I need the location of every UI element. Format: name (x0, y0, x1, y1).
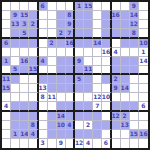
cell-r14-c7[interactable]: 10 (57, 121, 66, 130)
cell-r4-c10[interactable] (84, 29, 93, 38)
cell-r15-c3[interactable]: 14 (20, 130, 29, 139)
cell-r6-c7[interactable] (57, 48, 66, 57)
cell-r15-c16[interactable]: 16 (139, 130, 148, 139)
cell-r5-c11[interactable]: 14 (93, 39, 102, 48)
cell-r13-c14[interactable]: 2 (121, 112, 130, 121)
cell-r6-c1[interactable] (2, 48, 11, 57)
cell-r13-c9[interactable] (75, 112, 84, 121)
cell-r3-c5[interactable] (39, 20, 48, 29)
cell-r13-c6[interactable] (48, 112, 57, 121)
cell-r14-c10[interactable]: 2 (84, 121, 93, 130)
cell-r15-c11[interactable] (93, 130, 102, 139)
cell-r14-c12[interactable] (102, 121, 111, 130)
cell-r6-c6[interactable] (48, 48, 57, 57)
cell-r14-c5[interactable] (39, 121, 48, 130)
cell-r11-c1[interactable] (2, 93, 11, 102)
cell-r1-c13[interactable] (112, 2, 121, 11)
cell-r11-c16[interactable] (139, 93, 148, 102)
cell-r4-c14[interactable] (121, 29, 130, 38)
cell-r13-c15[interactable] (130, 112, 139, 121)
cell-r10-c12[interactable] (102, 84, 111, 93)
cell-r12-c13[interactable] (112, 102, 121, 111)
cell-r13-c7[interactable]: 14 (57, 112, 66, 121)
cell-r11-c3[interactable] (20, 93, 29, 102)
cell-r3-c4[interactable]: 2 (29, 20, 38, 29)
cell-r13-c16[interactable] (139, 112, 148, 121)
cell-r7-c16[interactable]: 14 (139, 57, 148, 66)
cell-r7-c15[interactable] (130, 57, 139, 66)
cell-r1-c12[interactable] (102, 2, 111, 11)
cell-r2-c14[interactable] (121, 11, 130, 20)
cell-r8-c10[interactable]: 11 (84, 66, 93, 75)
sudoku-16x16-board: 6115991581614133291252786216141016411164… (0, 0, 150, 150)
cell-r14-c15[interactable] (130, 121, 139, 130)
cell-r10-c11[interactable] (93, 84, 102, 93)
cell-r1-c16[interactable] (139, 2, 148, 11)
cell-r3-c8[interactable]: 9 (66, 20, 75, 29)
cell-r3-c9[interactable] (75, 20, 84, 29)
cell-r7-c7[interactable] (57, 57, 66, 66)
cell-r14-c2[interactable] (11, 121, 20, 130)
cell-r7-c10[interactable] (84, 57, 93, 66)
cell-r16-c6[interactable] (48, 139, 57, 148)
cell-r8-c14[interactable] (121, 66, 130, 75)
cell-r14-c6[interactable] (48, 121, 57, 130)
cell-r11-c6[interactable]: 11 (48, 93, 57, 102)
cell-r8-c11[interactable] (93, 66, 102, 75)
cell-r2-c12[interactable] (102, 11, 111, 20)
cell-r15-c13[interactable] (112, 130, 121, 139)
cell-r3-c2[interactable]: 13 (11, 20, 20, 29)
cell-r1-c5[interactable]: 6 (39, 2, 48, 11)
cell-r9-c10[interactable] (84, 75, 93, 84)
cell-r12-c15[interactable] (130, 102, 139, 111)
cell-r10-c10[interactable] (84, 84, 93, 93)
cell-r7-c1[interactable]: 1 (2, 57, 11, 66)
cell-r4-c3[interactable]: 5 (20, 29, 29, 38)
cell-r2-c15[interactable]: 14 (130, 11, 139, 20)
cell-r3-c14[interactable] (121, 20, 130, 29)
cell-r9-c5[interactable] (39, 75, 48, 84)
cell-r8-c5[interactable] (39, 66, 48, 75)
cell-r4-c16[interactable] (139, 29, 148, 38)
cell-r6-c16[interactable]: 1 (139, 48, 148, 57)
cell-r9-c3[interactable] (20, 75, 29, 84)
cell-r15-c7[interactable] (57, 130, 66, 139)
cell-r5-c9[interactable] (75, 39, 84, 48)
cell-r8-c13[interactable] (112, 66, 121, 75)
cell-r15-c4[interactable]: 4 (29, 130, 38, 139)
cell-r10-c6[interactable] (48, 84, 57, 93)
cell-r15-c8[interactable] (66, 130, 75, 139)
cell-r6-c8[interactable] (66, 48, 75, 57)
cell-r10-c14[interactable]: 14 (121, 84, 130, 93)
cell-r11-c10[interactable] (84, 93, 93, 102)
cell-r4-c1[interactable] (2, 29, 11, 38)
cell-r9-c8[interactable] (66, 75, 75, 84)
cell-r7-c4[interactable] (29, 57, 38, 66)
cell-r10-c9[interactable] (75, 84, 84, 93)
cell-r12-c8[interactable] (66, 102, 75, 111)
cell-r9-c12[interactable] (102, 75, 111, 84)
cell-r12-c9[interactable] (75, 102, 84, 111)
cell-r13-c10[interactable] (84, 112, 93, 121)
cell-r14-c3[interactable] (20, 121, 29, 130)
cell-r3-c6[interactable] (48, 20, 57, 29)
cell-r16-c12[interactable]: 6 (102, 139, 111, 148)
cell-r3-c10[interactable] (84, 20, 93, 29)
cell-r2-c5[interactable] (39, 11, 48, 20)
cell-r2-c9[interactable] (75, 11, 84, 20)
cell-r16-c1[interactable] (2, 139, 11, 148)
cell-r2-c7[interactable] (57, 11, 66, 20)
cell-r5-c14[interactable] (121, 39, 130, 48)
cell-r16-c4[interactable] (29, 139, 38, 148)
cell-r16-c2[interactable] (11, 139, 20, 148)
cell-r2-c1[interactable] (2, 11, 11, 20)
cell-r4-c11[interactable] (93, 29, 102, 38)
cell-r16-c15[interactable] (130, 139, 139, 148)
cell-r7-c6[interactable] (48, 57, 57, 66)
cell-r12-c5[interactable] (39, 102, 48, 111)
cell-r6-c10[interactable] (84, 48, 93, 57)
cell-r12-c14[interactable] (121, 102, 130, 111)
cell-r11-c9[interactable] (75, 93, 84, 102)
cell-r7-c12[interactable] (102, 57, 111, 66)
cell-r9-c6[interactable] (48, 75, 57, 84)
cell-r11-c7[interactable] (57, 93, 66, 102)
cell-r14-c14[interactable]: 13 (121, 121, 130, 130)
cell-r14-c4[interactable]: 8 (29, 121, 38, 130)
cell-r13-c1[interactable] (2, 112, 11, 121)
cell-r9-c15[interactable] (130, 75, 139, 84)
cell-r6-c13[interactable]: 4 (112, 48, 121, 57)
cell-r9-c11[interactable] (93, 75, 102, 84)
cell-r10-c3[interactable] (20, 84, 29, 93)
cell-r5-c3[interactable] (20, 39, 29, 48)
cell-r1-c2[interactable] (11, 2, 20, 11)
cell-r16-c5[interactable]: 3 (39, 139, 48, 148)
cell-r9-c13[interactable]: 2 (112, 75, 121, 84)
cell-r6-c4[interactable] (29, 48, 38, 57)
cell-r8-c15[interactable] (130, 66, 139, 75)
cell-r8-c2[interactable]: 5 (11, 66, 20, 75)
cell-r11-c5[interactable]: 8 (39, 93, 48, 102)
cell-r6-c12[interactable]: 16 (102, 48, 111, 57)
cell-r4-c15[interactable]: 8 (130, 29, 139, 38)
cell-r8-c1[interactable] (2, 66, 11, 75)
cell-r6-c11[interactable] (93, 48, 102, 57)
cell-r3-c15[interactable]: 12 (130, 20, 139, 29)
cell-r15-c10[interactable] (84, 130, 93, 139)
cell-r8-c8[interactable] (66, 66, 75, 75)
cell-r12-c12[interactable] (102, 102, 111, 111)
cell-r6-c5[interactable] (39, 48, 48, 57)
cell-r3-c11[interactable] (93, 20, 102, 29)
cell-r2-c16[interactable] (139, 11, 148, 20)
cell-r11-c2[interactable] (11, 93, 20, 102)
cell-r13-c12[interactable] (102, 112, 111, 121)
cell-r1-c11[interactable] (93, 2, 102, 11)
cell-r9-c9[interactable]: 5 (75, 75, 84, 84)
cell-r16-c10[interactable]: 4 (84, 139, 93, 148)
cell-r5-c6[interactable]: 2 (48, 39, 57, 48)
cell-r3-c13[interactable] (112, 20, 121, 29)
cell-r10-c2[interactable] (11, 84, 20, 93)
cell-r1-c8[interactable] (66, 2, 75, 11)
cell-r6-c14[interactable] (121, 48, 130, 57)
cell-r7-c3[interactable]: 16 (20, 57, 29, 66)
cell-r13-c8[interactable] (66, 112, 75, 121)
cell-r12-c6[interactable] (48, 102, 57, 111)
cell-r13-c5[interactable] (39, 112, 48, 121)
cell-r16-c11[interactable] (93, 139, 102, 148)
cell-r5-c10[interactable] (84, 39, 93, 48)
cell-r5-c5[interactable] (39, 39, 48, 48)
cell-r4-c5[interactable] (39, 29, 48, 38)
cell-r12-c7[interactable] (57, 102, 66, 111)
cell-r16-c9[interactable]: 12 (75, 139, 84, 148)
cell-r2-c8[interactable]: 8 (66, 11, 75, 20)
cell-r3-c3[interactable]: 3 (20, 20, 29, 29)
cell-r16-c8[interactable] (66, 139, 75, 148)
cell-r10-c15[interactable] (130, 84, 139, 93)
cell-r11-c11[interactable]: 12 (93, 93, 102, 102)
cell-r12-c1[interactable]: 4 (2, 102, 11, 111)
cell-r9-c16[interactable] (139, 75, 148, 84)
cell-r4-c8[interactable]: 7 (66, 29, 75, 38)
cell-r13-c13[interactable]: 12 (112, 112, 121, 121)
cell-r8-c12[interactable] (102, 66, 111, 75)
cell-r10-c8[interactable] (66, 84, 75, 93)
cell-r1-c1[interactable] (2, 2, 11, 11)
cell-r7-c14[interactable] (121, 57, 130, 66)
cell-r10-c4[interactable] (29, 84, 38, 93)
cell-r8-c3[interactable] (20, 66, 29, 75)
cell-r15-c14[interactable] (121, 130, 130, 139)
cell-r3-c1[interactable] (2, 20, 11, 29)
cell-r12-c10[interactable] (84, 102, 93, 111)
cell-r10-c5[interactable]: 13 (39, 84, 48, 93)
cell-r16-c13[interactable] (112, 139, 121, 148)
cell-r8-c6[interactable] (48, 66, 57, 75)
cell-r3-c16[interactable] (139, 20, 148, 29)
cell-r1-c15[interactable]: 9 (130, 2, 139, 11)
cell-r4-c2[interactable] (11, 29, 20, 38)
cell-r13-c2[interactable] (11, 112, 20, 121)
cell-r2-c11[interactable] (93, 11, 102, 20)
cell-r8-c7[interactable] (57, 66, 66, 75)
cell-r14-c16[interactable] (139, 121, 148, 130)
cell-r2-c4[interactable] (29, 11, 38, 20)
cell-r14-c13[interactable] (112, 121, 121, 130)
cell-r14-c8[interactable]: 4 (66, 121, 75, 130)
cell-r2-c3[interactable]: 15 (20, 11, 29, 20)
cell-r6-c9[interactable] (75, 48, 84, 57)
cell-r5-c15[interactable] (130, 39, 139, 48)
cell-r15-c6[interactable] (48, 130, 57, 139)
cell-r2-c13[interactable]: 16 (112, 11, 121, 20)
cell-r15-c2[interactable]: 1 (11, 130, 20, 139)
cell-r16-c14[interactable] (121, 139, 130, 148)
cell-r4-c9[interactable] (75, 29, 84, 38)
cell-r16-c7[interactable]: 9 (57, 139, 66, 148)
cell-r10-c16[interactable] (139, 84, 148, 93)
cell-r11-c8[interactable] (66, 93, 75, 102)
cell-r5-c8[interactable]: 16 (66, 39, 75, 48)
cell-r10-c13[interactable]: 9 (112, 84, 121, 93)
cell-r11-c4[interactable] (29, 93, 38, 102)
cell-r11-c14[interactable] (121, 93, 130, 102)
cell-r5-c4[interactable] (29, 39, 38, 48)
cell-r4-c12[interactable] (102, 29, 111, 38)
cell-r1-c3[interactable] (20, 2, 29, 11)
cell-r14-c9[interactable] (75, 121, 84, 130)
cell-r2-c2[interactable]: 9 (11, 11, 20, 20)
cell-r13-c3[interactable] (20, 112, 29, 121)
cell-r6-c15[interactable] (130, 48, 139, 57)
cell-r6-c3[interactable] (20, 48, 29, 57)
cell-r15-c1[interactable] (2, 130, 11, 139)
cell-r1-c9[interactable]: 1 (75, 2, 84, 11)
cell-r5-c12[interactable] (102, 39, 111, 48)
cell-r1-c6[interactable] (48, 2, 57, 11)
cell-r1-c4[interactable] (29, 2, 38, 11)
cell-r8-c4[interactable]: 15 (29, 66, 38, 75)
cell-r12-c2[interactable] (11, 102, 20, 111)
cell-r12-c16[interactable]: 6 (139, 102, 148, 111)
cell-r15-c5[interactable] (39, 130, 48, 139)
cell-r14-c1[interactable] (2, 121, 11, 130)
cell-r4-c7[interactable]: 2 (57, 29, 66, 38)
cell-r9-c14[interactable] (121, 75, 130, 84)
cell-r12-c11[interactable]: 7 (93, 102, 102, 111)
cell-r5-c2[interactable] (11, 39, 20, 48)
cell-r7-c13[interactable] (112, 57, 121, 66)
cell-r1-c7[interactable] (57, 2, 66, 11)
cell-r16-c3[interactable] (20, 139, 29, 148)
cell-r11-c13[interactable] (112, 93, 121, 102)
cell-r15-c15[interactable]: 15 (130, 130, 139, 139)
cell-r2-c10[interactable] (84, 11, 93, 20)
cell-r8-c9[interactable] (75, 66, 84, 75)
cell-r9-c1[interactable]: 11 (2, 75, 11, 84)
cell-r16-c16[interactable] (139, 139, 148, 148)
cell-r12-c3[interactable] (20, 102, 29, 111)
cell-r7-c9[interactable]: 9 (75, 57, 84, 66)
cell-r7-c8[interactable] (66, 57, 75, 66)
cell-r3-c12[interactable] (102, 20, 111, 29)
cell-r1-c14[interactable] (121, 2, 130, 11)
cell-r15-c9[interactable] (75, 130, 84, 139)
cell-r9-c7[interactable] (57, 75, 66, 84)
cell-r5-c16[interactable]: 10 (139, 39, 148, 48)
cell-r9-c4[interactable] (29, 75, 38, 84)
cell-r13-c11[interactable] (93, 112, 102, 121)
cell-r1-c10[interactable]: 15 (84, 2, 93, 11)
cell-r12-c4[interactable] (29, 102, 38, 111)
cell-r15-c12[interactable] (102, 130, 111, 139)
cell-r4-c13[interactable] (112, 29, 121, 38)
cell-r8-c16[interactable] (139, 66, 148, 75)
cell-r6-c2[interactable] (11, 48, 20, 57)
cell-r14-c11[interactable] (93, 121, 102, 130)
cell-r11-c12[interactable]: 10 (102, 93, 111, 102)
cell-r5-c7[interactable] (57, 39, 66, 48)
cell-r3-c7[interactable] (57, 20, 66, 29)
cell-r10-c1[interactable]: 15 (2, 84, 11, 93)
cell-r11-c15[interactable] (130, 93, 139, 102)
cell-r9-c2[interactable] (11, 75, 20, 84)
cell-r10-c7[interactable] (57, 84, 66, 93)
cell-r13-c4[interactable] (29, 112, 38, 121)
cell-r7-c5[interactable]: 4 (39, 57, 48, 66)
cell-r2-c6[interactable] (48, 11, 57, 20)
cell-r5-c13[interactable] (112, 39, 121, 48)
cell-r5-c1[interactable]: 6 (2, 39, 11, 48)
cell-r7-c11[interactable] (93, 57, 102, 66)
cell-r7-c2[interactable] (11, 57, 20, 66)
cell-r4-c6[interactable] (48, 29, 57, 38)
cell-r4-c4[interactable] (29, 29, 38, 38)
